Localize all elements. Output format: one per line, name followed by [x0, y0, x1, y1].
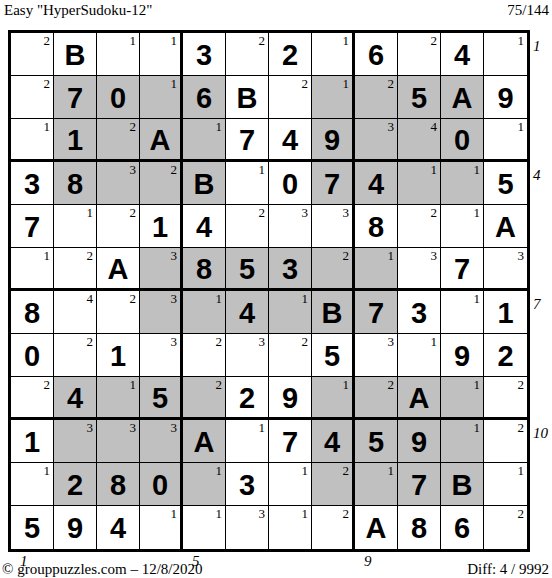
given-value: 9	[454, 340, 470, 371]
puzzle-title: Easy "HyperSudoku-12"	[4, 1, 152, 19]
cell-r11c12[interactable]: 1	[484, 463, 527, 506]
pencil-mark: 2	[343, 463, 350, 478]
pencil-mark: 3	[302, 205, 309, 220]
cell-r4c2[interactable]: 8	[54, 162, 97, 205]
cell-r1c6[interactable]: 2	[226, 33, 269, 76]
given-value: 8	[110, 469, 126, 500]
given-value: 1	[152, 211, 168, 242]
cell-r2c11[interactable]: A	[441, 76, 484, 119]
given-value: 5	[368, 426, 384, 457]
cell-r8c12[interactable]: 2	[484, 334, 527, 377]
pencil-mark: 1	[474, 162, 481, 177]
given-value: 8	[24, 297, 40, 328]
given-value: A	[194, 426, 215, 457]
cell-r5c6[interactable]: 2	[226, 205, 269, 248]
given-value: 5	[411, 82, 427, 113]
pencil-mark: 1	[216, 291, 223, 306]
given-value: 9	[282, 382, 298, 413]
pencil-mark: 2	[388, 76, 395, 91]
given-value: 7	[368, 297, 384, 328]
cell-r8c6[interactable]: 3	[226, 334, 269, 377]
cell-r11c7[interactable]: 1	[269, 463, 312, 506]
pencil-mark: 2	[44, 33, 51, 48]
cell-r1c4[interactable]: 1	[140, 33, 183, 76]
pencil-mark: 1	[130, 33, 137, 48]
given-value: 5	[497, 168, 513, 199]
header: Easy "HyperSudoku-12" 75/144	[4, 1, 549, 19]
cell-r3c1[interactable]: 1	[11, 119, 54, 162]
pencil-mark: 2	[343, 248, 350, 263]
cell-r6c2[interactable]: 2	[54, 248, 97, 291]
pencil-mark: 1	[474, 377, 481, 392]
cell-r8c10[interactable]: 1	[398, 334, 441, 377]
cell-r6c9[interactable]: 1	[355, 248, 398, 291]
cell-r9c1[interactable]: 2	[11, 377, 54, 420]
cell-r9c8[interactable]: 1	[312, 377, 355, 420]
pencil-mark: 3	[171, 248, 178, 263]
cell-r7c11[interactable]: 1	[441, 291, 484, 334]
pencil-mark: 2	[431, 33, 438, 48]
cell-r6c8[interactable]: 2	[312, 248, 355, 291]
cell-r5c5[interactable]: 4	[183, 205, 226, 248]
cell-r11c10[interactable]: 7	[398, 463, 441, 506]
cell-r6c10[interactable]: 3	[398, 248, 441, 291]
cell-r2c7[interactable]: 2	[269, 76, 312, 119]
pencil-mark: 1	[302, 506, 309, 521]
given-value: 2	[239, 382, 255, 413]
cell-r6c5[interactable]: 8	[183, 248, 226, 291]
given-value: 0	[110, 82, 126, 113]
cell-r2c5[interactable]: 6	[183, 76, 226, 119]
given-value: B	[322, 297, 343, 328]
cell-r9c6[interactable]: 2	[226, 377, 269, 420]
cell-r4c1[interactable]: 3	[11, 162, 54, 205]
pencil-mark: 2	[44, 76, 51, 91]
cell-r5c11[interactable]: 1	[441, 205, 484, 248]
given-value: 3	[239, 469, 255, 500]
cell-r4c5[interactable]: B	[183, 162, 226, 205]
pencil-mark: 3	[388, 334, 395, 349]
given-value: 2	[282, 39, 298, 70]
cell-r3c9[interactable]: 3	[355, 119, 398, 162]
pencil-mark: 1	[171, 506, 178, 521]
given-value: 3	[196, 39, 212, 70]
cell-r10c9[interactable]: 5	[355, 420, 398, 463]
cell-r7c9[interactable]: 7	[355, 291, 398, 334]
pencil-mark: 3	[171, 420, 178, 435]
cell-r11c5[interactable]: 1	[183, 463, 226, 506]
cell-r1c8[interactable]: 1	[312, 33, 355, 76]
cell-r9c9[interactable]: 2	[355, 377, 398, 420]
cell-r8c2[interactable]: 2	[54, 334, 97, 377]
pencil-mark: 3	[171, 334, 178, 349]
cell-r2c6[interactable]: B	[226, 76, 269, 119]
given-value: 8	[411, 512, 427, 543]
given-value: A	[409, 382, 430, 413]
row-label-1: 1	[533, 38, 551, 55]
cell-r6c3[interactable]: A	[97, 248, 140, 291]
cell-r2c1[interactable]: 2	[11, 76, 54, 119]
cell-r9c7[interactable]: 9	[269, 377, 312, 420]
given-value: 5	[324, 340, 340, 371]
pencil-mark: 4	[431, 119, 438, 134]
pencil-mark: 2	[216, 334, 223, 349]
cell-r10c5[interactable]: A	[183, 420, 226, 463]
given-value: 3	[411, 297, 427, 328]
pencil-mark: 2	[302, 76, 309, 91]
given-value: 9	[497, 82, 513, 113]
cell-r4c3[interactable]: 3	[97, 162, 140, 205]
cell-r3c6[interactable]: 7	[226, 119, 269, 162]
cell-r1c2[interactable]: B	[54, 33, 97, 76]
cell-r2c9[interactable]: 2	[355, 76, 398, 119]
cell-r7c5[interactable]: 1	[183, 291, 226, 334]
cell-r12c11[interactable]: 6	[441, 506, 484, 549]
cell-r4c6[interactable]: 1	[226, 162, 269, 205]
cell-r5c8[interactable]: 3	[312, 205, 355, 248]
cell-r10c6[interactable]: 1	[226, 420, 269, 463]
pencil-mark: 2	[87, 248, 94, 263]
cell-r10c2[interactable]: 3	[54, 420, 97, 463]
given-value: 4	[110, 512, 126, 543]
cell-r12c5[interactable]: 1	[183, 506, 226, 549]
pencil-mark: 3	[431, 248, 438, 263]
cell-r12c7[interactable]: 1	[269, 506, 312, 549]
given-value: 4	[67, 382, 83, 413]
pencil-mark: 2	[130, 291, 137, 306]
cell-r4c9[interactable]: 4	[355, 162, 398, 205]
cell-r10c7[interactable]: 7	[269, 420, 312, 463]
pencil-mark: 2	[343, 506, 350, 521]
pencil-mark: 3	[130, 162, 137, 177]
difficulty-text: Diff: 4 / 9992	[467, 561, 549, 578]
given-value: 4	[282, 124, 298, 155]
cell-r5c12[interactable]: A	[484, 205, 527, 248]
cell-r4c12[interactable]: 5	[484, 162, 527, 205]
cell-r1c12[interactable]: 1	[484, 33, 527, 76]
pencil-mark: 1	[87, 205, 94, 220]
cell-r8c4[interactable]: 3	[140, 334, 183, 377]
cell-r2c2[interactable]: 7	[54, 76, 97, 119]
cell-r10c4[interactable]: 3	[140, 420, 183, 463]
pencil-mark: 1	[388, 463, 395, 478]
cell-r3c5[interactable]: 1	[183, 119, 226, 162]
cell-r9c5[interactable]: 2	[183, 377, 226, 420]
cell-r6c7[interactable]: 3	[269, 248, 312, 291]
puzzle-counter: 75/144	[507, 1, 549, 19]
cell-r8c11[interactable]: 9	[441, 334, 484, 377]
pencil-mark: 3	[343, 205, 350, 220]
cell-r11c3[interactable]: 8	[97, 463, 140, 506]
cell-r8c5[interactable]: 2	[183, 334, 226, 377]
cell-r10c12[interactable]: 2	[484, 420, 527, 463]
given-value: 1	[110, 340, 126, 371]
cell-r6c11[interactable]: 7	[441, 248, 484, 291]
cell-r3c7[interactable]: 4	[269, 119, 312, 162]
given-value: 6	[196, 82, 212, 113]
pencil-mark: 1	[431, 334, 438, 349]
given-value: 1	[67, 124, 83, 155]
cell-r3c8[interactable]: 9	[312, 119, 355, 162]
given-value: 2	[67, 469, 83, 500]
given-value: 0	[454, 124, 470, 155]
given-value: 9	[411, 426, 427, 457]
given-value: A	[150, 124, 171, 155]
cell-r10c8[interactable]: 4	[312, 420, 355, 463]
given-value: A	[452, 82, 473, 113]
cell-r12c2[interactable]: 9	[54, 506, 97, 549]
pencil-mark: 3	[259, 334, 266, 349]
pencil-mark: 1	[343, 76, 350, 91]
cell-r7c12[interactable]: 1	[484, 291, 527, 334]
given-value: 7	[239, 124, 255, 155]
row-label-4: 4	[533, 167, 551, 184]
cell-r5c9[interactable]: 8	[355, 205, 398, 248]
cell-r4c7[interactable]: 0	[269, 162, 312, 205]
cell-r9c2[interactable]: 4	[54, 377, 97, 420]
cell-r5c4[interactable]: 1	[140, 205, 183, 248]
given-value: A	[495, 211, 516, 242]
cell-r7c8[interactable]: B	[312, 291, 355, 334]
cell-r4c8[interactable]: 7	[312, 162, 355, 205]
pencil-mark: 1	[518, 119, 525, 134]
pencil-mark: 1	[474, 205, 481, 220]
pencil-mark: 1	[302, 463, 309, 478]
pencil-mark: 3	[130, 420, 137, 435]
cell-r12c8[interactable]: 2	[312, 506, 355, 549]
cell-r7c6[interactable]: 4	[226, 291, 269, 334]
footer: © grouppuzzles.com – 12/8/2020 Diff: 4 /…	[2, 561, 549, 578]
given-value: 1	[497, 297, 513, 328]
pencil-mark: 1	[171, 33, 178, 48]
cell-r2c8[interactable]: 1	[312, 76, 355, 119]
pencil-mark: 1	[44, 248, 51, 263]
cell-r9c3[interactable]: 1	[97, 377, 140, 420]
cell-r3c4[interactable]: A	[140, 119, 183, 162]
given-value: 5	[24, 512, 40, 543]
pencil-mark: 2	[216, 377, 223, 392]
pencil-mark: 1	[130, 377, 137, 392]
given-value: A	[366, 512, 387, 543]
cell-r2c12[interactable]: 9	[484, 76, 527, 119]
pencil-mark: 4	[87, 291, 94, 306]
given-value: A	[108, 253, 129, 284]
cell-r11c11[interactable]: B	[441, 463, 484, 506]
cell-r8c8[interactable]: 5	[312, 334, 355, 377]
pencil-mark: 1	[343, 33, 350, 48]
cell-r3c12[interactable]: 1	[484, 119, 527, 162]
given-value: 8	[67, 168, 83, 199]
cell-r3c3[interactable]: 2	[97, 119, 140, 162]
cell-r12c3[interactable]: 4	[97, 506, 140, 549]
given-value: 9	[324, 124, 340, 155]
cell-r6c1[interactable]: 1	[11, 248, 54, 291]
pencil-mark: 3	[171, 291, 178, 306]
given-value: 8	[196, 253, 212, 284]
given-value: 7	[282, 426, 298, 457]
pencil-mark: 1	[259, 420, 266, 435]
pencil-mark: 1	[44, 463, 51, 478]
given-value: 8	[368, 211, 384, 242]
given-value: 6	[368, 39, 384, 70]
cell-r12c12[interactable]: 2	[484, 506, 527, 549]
given-value: 0	[152, 469, 168, 500]
given-value: 4	[368, 168, 384, 199]
cell-r5c10[interactable]: 2	[398, 205, 441, 248]
cell-r8c3[interactable]: 1	[97, 334, 140, 377]
given-value: 1	[24, 426, 40, 457]
cell-r1c9[interactable]: 6	[355, 33, 398, 76]
cell-r9c10[interactable]: A	[398, 377, 441, 420]
pencil-mark: 2	[518, 506, 525, 521]
given-value: 0	[24, 340, 40, 371]
pencil-mark: 3	[259, 506, 266, 521]
pencil-mark: 2	[87, 334, 94, 349]
given-value: 7	[67, 82, 83, 113]
cell-r9c11[interactable]: 1	[441, 377, 484, 420]
pencil-mark: 2	[302, 334, 309, 349]
pencil-mark: 2	[130, 119, 137, 134]
cell-r6c12[interactable]: 3	[484, 248, 527, 291]
cell-r2c10[interactable]: 5	[398, 76, 441, 119]
given-value: 4	[196, 211, 212, 242]
given-value: 3	[282, 253, 298, 284]
pencil-mark: 2	[388, 377, 395, 392]
cell-r7c10[interactable]: 3	[398, 291, 441, 334]
cell-r10c3[interactable]: 3	[97, 420, 140, 463]
cell-r7c4[interactable]: 3	[140, 291, 183, 334]
cell-r9c12[interactable]: 2	[484, 377, 527, 420]
cell-r6c4[interactable]: 3	[140, 248, 183, 291]
pencil-mark: 1	[216, 463, 223, 478]
pencil-mark: 1	[302, 291, 309, 306]
cell-r8c1[interactable]: 0	[11, 334, 54, 377]
pencil-mark: 3	[518, 248, 525, 263]
cell-r1c11[interactable]: 4	[441, 33, 484, 76]
row-label-7: 7	[533, 296, 551, 313]
pencil-mark: 1	[44, 119, 51, 134]
cell-r7c3[interactable]: 2	[97, 291, 140, 334]
cell-r2c3[interactable]: 0	[97, 76, 140, 119]
pencil-mark: 1	[431, 162, 438, 177]
pencil-mark: 2	[171, 162, 178, 177]
cell-r11c9[interactable]: 1	[355, 463, 398, 506]
cell-r5c1[interactable]: 7	[11, 205, 54, 248]
cell-r1c7[interactable]: 2	[269, 33, 312, 76]
pencil-mark: 1	[518, 33, 525, 48]
given-value: 5	[239, 253, 255, 284]
cell-r3c2[interactable]: 1	[54, 119, 97, 162]
pencil-mark: 2	[259, 205, 266, 220]
given-value: B	[194, 168, 215, 199]
cell-r1c5[interactable]: 3	[183, 33, 226, 76]
pencil-mark: 1	[518, 463, 525, 478]
pencil-mark: 2	[518, 420, 525, 435]
given-value: 4	[239, 297, 255, 328]
cell-r10c11[interactable]: 1	[441, 420, 484, 463]
cell-r12c10[interactable]: 8	[398, 506, 441, 549]
pencil-mark: 3	[388, 119, 395, 134]
cell-r1c10[interactable]: 2	[398, 33, 441, 76]
cell-r12c1[interactable]: 5	[11, 506, 54, 549]
given-value: B	[452, 469, 473, 500]
pencil-mark: 2	[259, 33, 266, 48]
pencil-mark: 1	[388, 248, 395, 263]
pencil-mark: 1	[343, 377, 350, 392]
pencil-mark: 3	[87, 420, 94, 435]
pencil-mark: 1	[474, 420, 481, 435]
cell-r3c10[interactable]: 4	[398, 119, 441, 162]
sudoku-board: 2B113221624127016B2125A9112A174934013832…	[8, 30, 530, 552]
pencil-mark: 2	[518, 377, 525, 392]
pencil-mark: 1	[259, 162, 266, 177]
cell-r12c6[interactable]: 3	[226, 506, 269, 549]
cell-r7c2[interactable]: 4	[54, 291, 97, 334]
given-value: B	[65, 39, 86, 70]
given-value: 2	[497, 340, 513, 371]
cell-r1c3[interactable]: 1	[97, 33, 140, 76]
cell-r11c2[interactable]: 2	[54, 463, 97, 506]
cell-r10c10[interactable]: 9	[398, 420, 441, 463]
pencil-mark: 1	[216, 119, 223, 134]
copyright-text: © grouppuzzles.com – 12/8/2020	[2, 561, 203, 578]
pencil-mark: 2	[44, 377, 51, 392]
cell-r11c1[interactable]: 1	[11, 463, 54, 506]
cell-r7c1[interactable]: 8	[11, 291, 54, 334]
given-value: 7	[411, 469, 427, 500]
cell-r5c7[interactable]: 3	[269, 205, 312, 248]
given-value: 7	[324, 168, 340, 199]
cell-r2c4[interactable]: 1	[140, 76, 183, 119]
pencil-mark: 2	[431, 205, 438, 220]
puzzle-page: Easy "HyperSudoku-12" 75/144 2B113221624…	[0, 0, 552, 578]
pencil-mark: 1	[216, 506, 223, 521]
cell-r11c4[interactable]: 0	[140, 463, 183, 506]
given-value: 9	[67, 512, 83, 543]
cell-r4c11[interactable]: 1	[441, 162, 484, 205]
given-value: 4	[324, 426, 340, 457]
cell-r7c7[interactable]: 1	[269, 291, 312, 334]
given-value: B	[237, 82, 258, 113]
cell-r4c4[interactable]: 2	[140, 162, 183, 205]
row-label-10: 10	[533, 425, 551, 442]
pencil-mark: 1	[474, 291, 481, 306]
cell-r12c9[interactable]: A	[355, 506, 398, 549]
cell-r8c7[interactable]: 2	[269, 334, 312, 377]
cell-r9c4[interactable]: 5	[140, 377, 183, 420]
pencil-mark: 1	[171, 76, 178, 91]
pencil-mark: 2	[130, 205, 137, 220]
cell-r8c9[interactable]: 3	[355, 334, 398, 377]
cell-r6c6[interactable]: 5	[226, 248, 269, 291]
cell-r4c10[interactable]: 1	[398, 162, 441, 205]
given-value: 4	[454, 39, 470, 70]
given-value: 7	[454, 253, 470, 284]
given-value: 5	[152, 382, 168, 413]
given-value: 0	[282, 168, 298, 199]
given-value: 7	[24, 211, 40, 242]
cell-r5c2[interactable]: 1	[54, 205, 97, 248]
cell-r12c4[interactable]: 1	[140, 506, 183, 549]
cell-r10c1[interactable]: 1	[11, 420, 54, 463]
cell-r11c8[interactable]: 2	[312, 463, 355, 506]
cell-r1c1[interactable]: 2	[11, 33, 54, 76]
cell-r11c6[interactable]: 3	[226, 463, 269, 506]
cell-r3c11[interactable]: 0	[441, 119, 484, 162]
cell-r5c3[interactable]: 2	[97, 205, 140, 248]
given-value: 6	[454, 512, 470, 543]
given-value: 3	[24, 168, 40, 199]
